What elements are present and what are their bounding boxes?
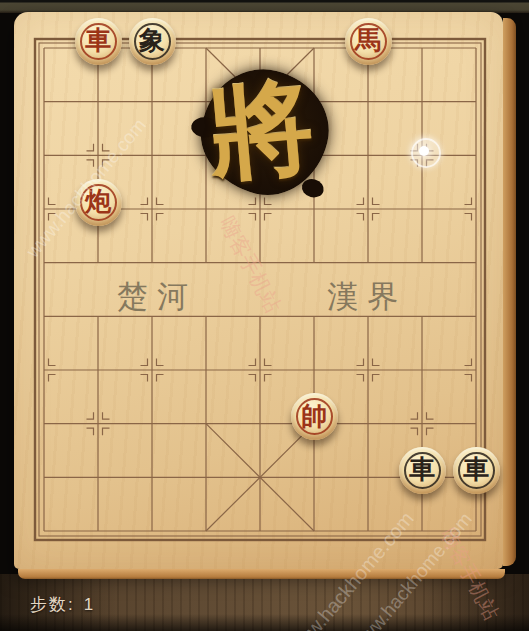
piece-red-horse[interactable]: 馬 — [345, 18, 392, 65]
piece-red-general[interactable]: 帥 — [291, 393, 338, 440]
piece-red-cannon[interactable]: 炮 — [75, 179, 122, 226]
piece-red-chariot[interactable]: 車 — [75, 18, 122, 65]
check-banner: 將 — [186, 56, 336, 206]
move-counter-label: 步数: — [30, 595, 75, 614]
piece-black-elephant[interactable]: 象 — [129, 18, 176, 65]
check-text: 將 — [205, 75, 318, 188]
river-label-right: 漢界 — [327, 276, 407, 318]
river-label-left: 楚河 — [117, 276, 197, 318]
piece-black-chariot[interactable]: 車 — [453, 447, 500, 494]
move-counter-value: 1 — [84, 595, 95, 614]
move-counter: 步数:1 — [30, 593, 95, 616]
piece-black-chariot[interactable]: 車 — [399, 447, 446, 494]
